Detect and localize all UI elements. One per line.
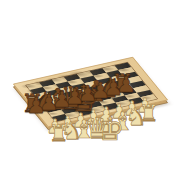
piece-white-rook-a1[interactable]: ♜ — [49, 122, 69, 144]
chess-set-photo: ♜♞♟♝♟♚♟♛♟♝♟♞♟♜♟♟♟♟♜♟♞♟♝♟♚♟♛♟♝♟♞♜ — [0, 0, 180, 180]
piece-black-pawn-a7[interactable]: ♟ — [26, 95, 46, 117]
